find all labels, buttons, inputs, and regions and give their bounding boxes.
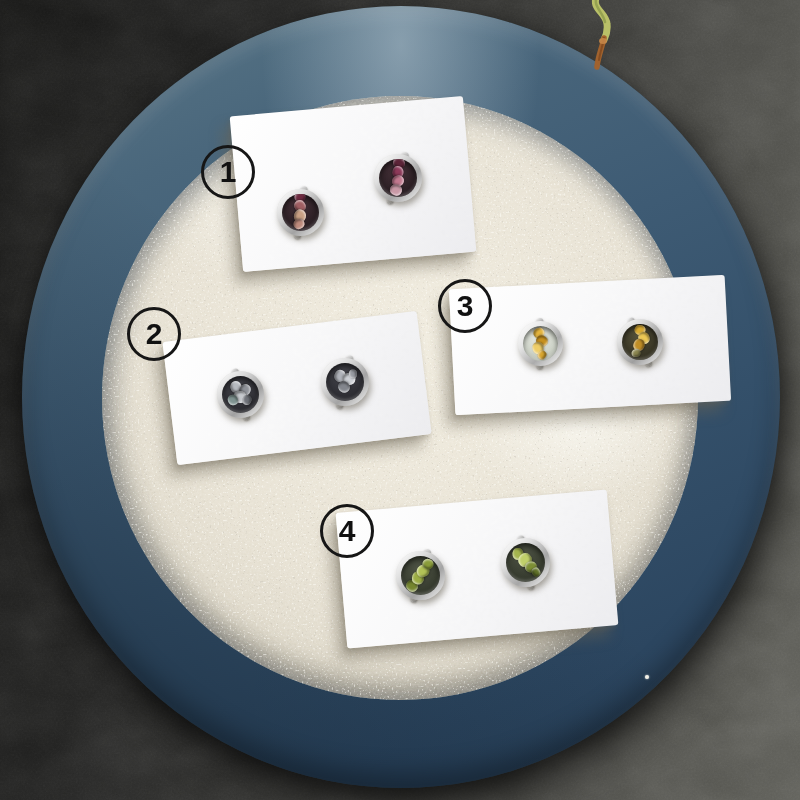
stud-earring-card1-left	[277, 189, 324, 236]
stud-earring-card3-right	[617, 319, 663, 365]
annotation-number: 1	[220, 155, 237, 189]
bezel-interior	[622, 324, 658, 360]
bezel-interior	[282, 194, 319, 231]
annotation-number: 4	[339, 514, 356, 548]
annotation-number: 2	[146, 317, 163, 351]
annotation-circle-4: 4	[320, 504, 374, 558]
gem-chip	[349, 369, 357, 378]
stud-earring-card2-left	[217, 371, 264, 418]
stud-earring-card1-right	[374, 154, 422, 202]
earring-card-4	[336, 489, 619, 648]
earring-card-1	[230, 96, 477, 272]
bezel-interior	[326, 363, 364, 401]
plant-stem	[575, 0, 645, 88]
earring-card-3	[449, 275, 731, 415]
bezel-interior	[379, 159, 417, 197]
bezel-interior	[401, 556, 440, 595]
photo-scene: 1 2 3 4	[0, 0, 800, 800]
annotation-circle-2: 2	[127, 307, 181, 361]
stud-earring-card2-right	[321, 358, 369, 406]
bezel-interior	[506, 543, 545, 582]
annotation-circle-3: 3	[438, 279, 492, 333]
stud-earring-card4-left	[396, 551, 445, 600]
stray-sand-grain	[645, 675, 649, 679]
bezel-interior	[523, 326, 558, 361]
annotation-number: 3	[457, 289, 474, 323]
bezel-interior	[222, 376, 259, 413]
annotation-circle-1: 1	[201, 145, 255, 199]
stud-earring-card3-left	[518, 321, 563, 366]
stud-earring-card4-right	[501, 538, 550, 587]
